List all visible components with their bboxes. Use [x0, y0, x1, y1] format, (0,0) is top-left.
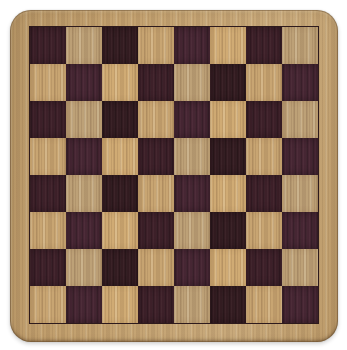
square-r2c6[interactable]	[210, 64, 246, 101]
square-r8c6[interactable]	[210, 286, 246, 323]
square-r4c8[interactable]	[282, 138, 318, 175]
square-r6c5[interactable]	[174, 212, 210, 249]
square-r6c8[interactable]	[282, 212, 318, 249]
square-r1c4[interactable]	[138, 27, 174, 64]
square-r7c8[interactable]	[282, 249, 318, 286]
square-r8c4[interactable]	[138, 286, 174, 323]
square-r3c1[interactable]	[30, 101, 66, 138]
square-r8c7[interactable]	[246, 286, 282, 323]
square-r6c7[interactable]	[246, 212, 282, 249]
square-r1c5[interactable]	[174, 27, 210, 64]
square-r6c3[interactable]	[102, 212, 138, 249]
square-r3c3[interactable]	[102, 101, 138, 138]
square-r4c3[interactable]	[102, 138, 138, 175]
square-r5c3[interactable]	[102, 175, 138, 212]
square-r3c6[interactable]	[210, 101, 246, 138]
square-r6c6[interactable]	[210, 212, 246, 249]
square-r8c3[interactable]	[102, 286, 138, 323]
square-r6c1[interactable]	[30, 212, 66, 249]
square-r3c5[interactable]	[174, 101, 210, 138]
square-r8c5[interactable]	[174, 286, 210, 323]
square-r3c7[interactable]	[246, 101, 282, 138]
square-r7c7[interactable]	[246, 249, 282, 286]
square-r1c7[interactable]	[246, 27, 282, 64]
square-r7c5[interactable]	[174, 249, 210, 286]
square-r1c3[interactable]	[102, 27, 138, 64]
square-r4c6[interactable]	[210, 138, 246, 175]
chessboard	[10, 10, 338, 342]
square-r8c2[interactable]	[66, 286, 102, 323]
square-r4c2[interactable]	[66, 138, 102, 175]
square-r5c1[interactable]	[30, 175, 66, 212]
square-r2c2[interactable]	[66, 64, 102, 101]
square-r5c2[interactable]	[66, 175, 102, 212]
square-r8c1[interactable]	[30, 286, 66, 323]
square-r5c7[interactable]	[246, 175, 282, 212]
square-r4c4[interactable]	[138, 138, 174, 175]
square-r5c5[interactable]	[174, 175, 210, 212]
square-r1c8[interactable]	[282, 27, 318, 64]
square-r2c8[interactable]	[282, 64, 318, 101]
square-r7c1[interactable]	[30, 249, 66, 286]
square-r7c3[interactable]	[102, 249, 138, 286]
square-r1c1[interactable]	[30, 27, 66, 64]
square-r5c4[interactable]	[138, 175, 174, 212]
square-r7c4[interactable]	[138, 249, 174, 286]
square-r3c8[interactable]	[282, 101, 318, 138]
square-r7c6[interactable]	[210, 249, 246, 286]
square-r1c6[interactable]	[210, 27, 246, 64]
square-r3c2[interactable]	[66, 101, 102, 138]
square-r4c5[interactable]	[174, 138, 210, 175]
square-r2c1[interactable]	[30, 64, 66, 101]
square-r2c4[interactable]	[138, 64, 174, 101]
board-grid	[29, 26, 319, 324]
square-r5c6[interactable]	[210, 175, 246, 212]
square-r3c4[interactable]	[138, 101, 174, 138]
square-r2c7[interactable]	[246, 64, 282, 101]
square-r6c2[interactable]	[66, 212, 102, 249]
square-r4c7[interactable]	[246, 138, 282, 175]
photo-background	[0, 0, 347, 350]
square-r1c2[interactable]	[66, 27, 102, 64]
square-r5c8[interactable]	[282, 175, 318, 212]
square-r6c4[interactable]	[138, 212, 174, 249]
square-r7c2[interactable]	[66, 249, 102, 286]
square-r4c1[interactable]	[30, 138, 66, 175]
square-r2c3[interactable]	[102, 64, 138, 101]
square-r8c8[interactable]	[282, 286, 318, 323]
square-r2c5[interactable]	[174, 64, 210, 101]
